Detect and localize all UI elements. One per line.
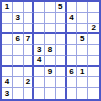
sudoku-cell-empty[interactable] xyxy=(24,67,35,78)
sudoku-cell-empty[interactable] xyxy=(88,13,99,24)
sudoku-cell-empty[interactable] xyxy=(56,56,67,67)
sudoku-cell-empty[interactable] xyxy=(77,2,88,13)
sudoku-cell-empty[interactable] xyxy=(56,88,67,99)
sudoku-cell-empty[interactable] xyxy=(88,88,99,99)
sudoku-cell-empty[interactable] xyxy=(13,45,24,56)
sudoku-cell-empty[interactable] xyxy=(24,56,35,67)
sudoku-cell-empty[interactable] xyxy=(45,88,56,99)
sudoku-cell-empty[interactable] xyxy=(34,24,45,35)
sudoku-cell-empty[interactable] xyxy=(88,77,99,88)
sudoku-cell-empty[interactable] xyxy=(45,77,56,88)
sudoku-cell-empty[interactable] xyxy=(34,77,45,88)
sudoku-cell-empty[interactable] xyxy=(77,88,88,99)
sudoku-cell-empty[interactable] xyxy=(56,77,67,88)
sudoku-cell-empty[interactable] xyxy=(67,56,78,67)
sudoku-cell-empty[interactable] xyxy=(13,77,24,88)
sudoku-cell-empty[interactable] xyxy=(45,2,56,13)
sudoku-cell-empty[interactable] xyxy=(13,88,24,99)
sudoku-cell-empty[interactable] xyxy=(24,2,35,13)
sudoku-cell-given[interactable]: 4 xyxy=(2,77,13,88)
sudoku-cell-empty[interactable] xyxy=(24,88,35,99)
sudoku-cell-empty[interactable] xyxy=(24,45,35,56)
sudoku-cell-empty[interactable] xyxy=(88,67,99,78)
sudoku-cell-empty[interactable] xyxy=(13,67,24,78)
sudoku-cell-empty[interactable] xyxy=(56,24,67,35)
sudoku-cell-given[interactable]: 4 xyxy=(67,13,78,24)
sudoku-cell-empty[interactable] xyxy=(88,2,99,13)
sudoku-cell-given[interactable]: 7 xyxy=(24,34,35,45)
sudoku-cell-empty[interactable] xyxy=(88,56,99,67)
sudoku-board: 15342675384961423 xyxy=(0,0,101,101)
sudoku-cell-empty[interactable] xyxy=(77,77,88,88)
sudoku-cell-empty[interactable] xyxy=(77,45,88,56)
sudoku-cell-empty[interactable] xyxy=(34,88,45,99)
sudoku-cell-empty[interactable] xyxy=(24,24,35,35)
sudoku-cell-given[interactable]: 6 xyxy=(13,34,24,45)
sudoku-cell-given[interactable]: 5 xyxy=(77,34,88,45)
sudoku-cell-empty[interactable] xyxy=(56,34,67,45)
sudoku-cell-empty[interactable] xyxy=(67,2,78,13)
sudoku-cell-given[interactable]: 3 xyxy=(2,88,13,99)
sudoku-cell-given[interactable]: 2 xyxy=(88,24,99,35)
sudoku-cell-empty[interactable] xyxy=(56,45,67,56)
sudoku-cell-given[interactable]: 5 xyxy=(56,2,67,13)
sudoku-cell-empty[interactable] xyxy=(67,34,78,45)
sudoku-cell-empty[interactable] xyxy=(34,34,45,45)
sudoku-cell-empty[interactable] xyxy=(45,34,56,45)
sudoku-cell-empty[interactable] xyxy=(2,13,13,24)
sudoku-cell-empty[interactable] xyxy=(77,13,88,24)
sudoku-cell-given[interactable]: 1 xyxy=(2,2,13,13)
sudoku-cell-empty[interactable] xyxy=(45,13,56,24)
sudoku-cell-empty[interactable] xyxy=(88,45,99,56)
sudoku-cell-given[interactable]: 1 xyxy=(77,67,88,78)
sudoku-cell-empty[interactable] xyxy=(2,45,13,56)
sudoku-cell-empty[interactable] xyxy=(2,34,13,45)
sudoku-cell-given[interactable]: 2 xyxy=(24,77,35,88)
sudoku-cell-empty[interactable] xyxy=(88,34,99,45)
sudoku-cell-empty[interactable] xyxy=(34,2,45,13)
sudoku-cell-given[interactable]: 8 xyxy=(45,45,56,56)
sudoku-cell-empty[interactable] xyxy=(56,67,67,78)
sudoku-cell-empty[interactable] xyxy=(2,56,13,67)
sudoku-cell-empty[interactable] xyxy=(34,13,45,24)
sudoku-cell-given[interactable]: 9 xyxy=(45,67,56,78)
sudoku-cell-given[interactable]: 4 xyxy=(34,56,45,67)
sudoku-cell-empty[interactable] xyxy=(2,24,13,35)
sudoku-cell-given[interactable]: 3 xyxy=(13,13,24,24)
sudoku-cell-empty[interactable] xyxy=(13,24,24,35)
sudoku-cell-empty[interactable] xyxy=(67,88,78,99)
sudoku-cell-empty[interactable] xyxy=(13,2,24,13)
sudoku-cell-empty[interactable] xyxy=(77,24,88,35)
sudoku-cell-empty[interactable] xyxy=(67,45,78,56)
sudoku-cell-empty[interactable] xyxy=(45,56,56,67)
sudoku-cell-empty[interactable] xyxy=(34,67,45,78)
sudoku-cell-empty[interactable] xyxy=(24,13,35,24)
sudoku-cell-given[interactable]: 3 xyxy=(34,45,45,56)
sudoku-cell-empty[interactable] xyxy=(67,77,78,88)
sudoku-cell-empty[interactable] xyxy=(2,67,13,78)
sudoku-cell-empty[interactable] xyxy=(67,24,78,35)
sudoku-cell-empty[interactable] xyxy=(77,56,88,67)
sudoku-cell-given[interactable]: 6 xyxy=(67,67,78,78)
sudoku-cell-empty[interactable] xyxy=(13,56,24,67)
sudoku-cell-empty[interactable] xyxy=(45,24,56,35)
sudoku-cell-empty[interactable] xyxy=(56,13,67,24)
